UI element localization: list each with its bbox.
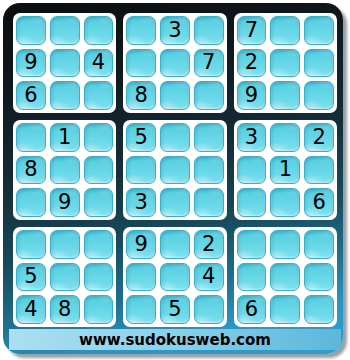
cell-r5c4[interactable]: [126, 156, 156, 185]
cell-r6c9[interactable]: 6: [304, 188, 334, 217]
cell-r3c9[interactable]: [304, 81, 334, 110]
cell-r2c3[interactable]: 4: [84, 49, 114, 78]
cell-r7c9[interactable]: [304, 230, 334, 259]
cell-r5c7[interactable]: [237, 156, 267, 185]
cell-r2c2[interactable]: [50, 49, 80, 78]
sudoku-box-11: 53: [123, 120, 226, 220]
cell-r2c8[interactable]: [270, 49, 300, 78]
cell-r2c6[interactable]: 7: [194, 49, 224, 78]
cell-r3c3[interactable]: [84, 81, 114, 110]
cell-r7c8[interactable]: [270, 230, 300, 259]
cell-r8c6[interactable]: 4: [194, 263, 224, 292]
cell-r4c1[interactable]: [16, 123, 46, 152]
cell-r1c4[interactable]: [126, 16, 156, 45]
cell-r7c4[interactable]: 9: [126, 230, 156, 259]
cell-r6c7[interactable]: [237, 188, 267, 217]
cell-r8c3[interactable]: [84, 263, 114, 292]
cell-r4c7[interactable]: 3: [237, 123, 267, 152]
cell-r4c2[interactable]: 1: [50, 123, 80, 152]
cell-r6c5[interactable]: [160, 188, 190, 217]
sudoku-box-21: 9245: [123, 227, 226, 327]
cell-r2c7[interactable]: 2: [237, 49, 267, 78]
footer-strip: www.sudokusweb.com: [9, 329, 341, 350]
cell-r6c2[interactable]: 9: [50, 188, 80, 217]
sudoku-box-20: 548: [13, 227, 116, 327]
cell-r8c2[interactable]: [50, 263, 80, 292]
cell-r9c7[interactable]: 6: [237, 295, 267, 324]
cell-r5c8[interactable]: 1: [270, 156, 300, 185]
cell-r1c3[interactable]: [84, 16, 114, 45]
cell-r9c9[interactable]: [304, 295, 334, 324]
cell-r6c3[interactable]: [84, 188, 114, 217]
cell-r3c4[interactable]: 8: [126, 81, 156, 110]
sudoku-box-10: 189: [13, 120, 116, 220]
cell-r7c5[interactable]: [160, 230, 190, 259]
cell-r7c6[interactable]: 2: [194, 230, 224, 259]
cell-r5c1[interactable]: 8: [16, 156, 46, 185]
cell-r1c9[interactable]: [304, 16, 334, 45]
sudoku-box-02: 729: [234, 13, 337, 113]
sudoku-box-01: 378: [123, 13, 226, 113]
cell-r9c3[interactable]: [84, 295, 114, 324]
cell-r4c9[interactable]: 2: [304, 123, 334, 152]
cell-r1c6[interactable]: [194, 16, 224, 45]
cell-r6c6[interactable]: [194, 188, 224, 217]
cell-r4c5[interactable]: [160, 123, 190, 152]
cell-r9c4[interactable]: [126, 295, 156, 324]
cell-r6c1[interactable]: [16, 188, 46, 217]
cell-r4c8[interactable]: [270, 123, 300, 152]
sudoku-grid: 94637872918953321654892456: [13, 13, 337, 327]
cell-r1c7[interactable]: 7: [237, 16, 267, 45]
sudoku-box-12: 3216: [234, 120, 337, 220]
cell-r2c1[interactable]: 9: [16, 49, 46, 78]
cell-r3c5[interactable]: [160, 81, 190, 110]
sudoku-box-00: 946: [13, 13, 116, 113]
cell-r2c4[interactable]: [126, 49, 156, 78]
sudoku-box-22: 6: [234, 227, 337, 327]
cell-r5c6[interactable]: [194, 156, 224, 185]
cell-r9c2[interactable]: 8: [50, 295, 80, 324]
cell-r3c7[interactable]: 9: [237, 81, 267, 110]
cell-r3c8[interactable]: [270, 81, 300, 110]
cell-r8c8[interactable]: [270, 263, 300, 292]
cell-r1c2[interactable]: [50, 16, 80, 45]
cell-r2c9[interactable]: [304, 49, 334, 78]
cell-r5c5[interactable]: [160, 156, 190, 185]
cell-r3c1[interactable]: 6: [16, 81, 46, 110]
cell-r1c1[interactable]: [16, 16, 46, 45]
cell-r6c4[interactable]: 3: [126, 188, 156, 217]
cell-r4c4[interactable]: 5: [126, 123, 156, 152]
cell-r5c9[interactable]: [304, 156, 334, 185]
website-url: www.sudokusweb.com: [79, 331, 271, 349]
cell-r9c1[interactable]: 4: [16, 295, 46, 324]
cell-r7c7[interactable]: [237, 230, 267, 259]
cell-r8c4[interactable]: [126, 263, 156, 292]
cell-r9c5[interactable]: 5: [160, 295, 190, 324]
sudoku-board: 94637872918953321654892456 www.sudokuswe…: [0, 0, 350, 360]
cell-r5c3[interactable]: [84, 156, 114, 185]
cell-r7c3[interactable]: [84, 230, 114, 259]
cell-r5c2[interactable]: [50, 156, 80, 185]
cell-r8c1[interactable]: 5: [16, 263, 46, 292]
cell-r7c2[interactable]: [50, 230, 80, 259]
cell-r6c8[interactable]: [270, 188, 300, 217]
cell-r8c7[interactable]: [237, 263, 267, 292]
cell-r4c3[interactable]: [84, 123, 114, 152]
cell-r8c5[interactable]: [160, 263, 190, 292]
cell-r4c6[interactable]: [194, 123, 224, 152]
cell-r1c5[interactable]: 3: [160, 16, 190, 45]
cell-r3c6[interactable]: [194, 81, 224, 110]
cell-r8c9[interactable]: [304, 263, 334, 292]
cell-r7c1[interactable]: [16, 230, 46, 259]
cell-r3c2[interactable]: [50, 81, 80, 110]
cell-r9c6[interactable]: [194, 295, 224, 324]
cell-r9c8[interactable]: [270, 295, 300, 324]
cell-r1c8[interactable]: [270, 16, 300, 45]
cell-r2c5[interactable]: [160, 49, 190, 78]
